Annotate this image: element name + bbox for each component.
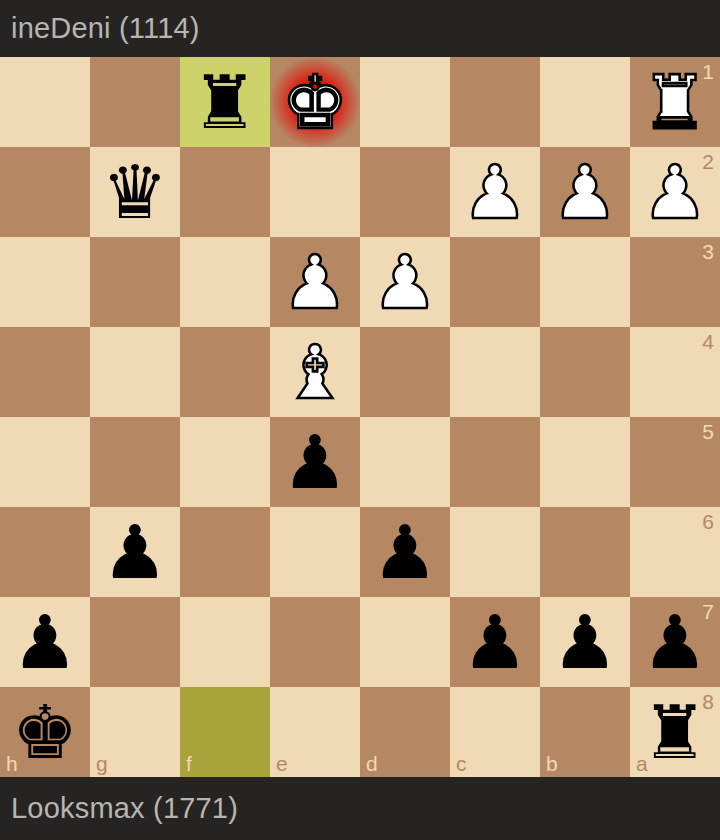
square-a4[interactable]: 4 <box>630 327 720 417</box>
square-b4[interactable] <box>540 327 630 417</box>
coord-rank-7: 7 <box>702 601 714 622</box>
square-c7[interactable]: ♟ <box>450 597 540 687</box>
piece-white-pawn[interactable]: ♟ <box>372 237 438 327</box>
square-f2[interactable] <box>180 147 270 237</box>
chess-app-screen: ineDeni (1114) ♜♚♜1♛♟♟♟2♟♟3♝4♟5♟♟6♟♟♟♟7♚… <box>0 0 720 840</box>
square-h6[interactable] <box>0 507 90 597</box>
square-h1[interactable] <box>0 57 90 147</box>
square-c2[interactable]: ♟ <box>450 147 540 237</box>
square-c6[interactable] <box>450 507 540 597</box>
square-e7[interactable] <box>270 597 360 687</box>
piece-white-bishop[interactable]: ♝ <box>282 327 348 417</box>
square-d2[interactable] <box>360 147 450 237</box>
piece-white-pawn[interactable]: ♟ <box>552 147 618 237</box>
square-g7[interactable] <box>90 597 180 687</box>
square-h2[interactable] <box>0 147 90 237</box>
square-c5[interactable] <box>450 417 540 507</box>
square-d4[interactable] <box>360 327 450 417</box>
player-bar-bottom: Looksmax (1771) <box>0 777 720 840</box>
piece-black-rook[interactable]: ♜ <box>642 687 708 777</box>
piece-black-pawn[interactable]: ♟ <box>552 597 618 687</box>
player-name-top[interactable]: ineDeni (1114) <box>0 14 200 43</box>
coord-rank-1: 1 <box>702 61 714 82</box>
square-d3[interactable]: ♟ <box>360 237 450 327</box>
square-f1[interactable]: ♜ <box>180 57 270 147</box>
square-h4[interactable] <box>0 327 90 417</box>
square-g1[interactable] <box>90 57 180 147</box>
square-g3[interactable] <box>90 237 180 327</box>
chess-board: ♜♚♜1♛♟♟♟2♟♟3♝4♟5♟♟6♟♟♟♟7♚hgfedcb♜8a <box>0 57 720 777</box>
piece-black-king[interactable]: ♚ <box>12 687 78 777</box>
square-a6[interactable]: 6 <box>630 507 720 597</box>
square-g8[interactable]: g <box>90 687 180 777</box>
square-g2[interactable]: ♛ <box>90 147 180 237</box>
piece-black-pawn[interactable]: ♟ <box>282 417 348 507</box>
piece-black-queen[interactable]: ♛ <box>102 147 168 237</box>
square-h7[interactable]: ♟ <box>0 597 90 687</box>
piece-white-rook[interactable]: ♜ <box>642 57 708 147</box>
coord-file-g: g <box>96 753 108 774</box>
coord-rank-4: 4 <box>702 331 714 352</box>
square-e3[interactable]: ♟ <box>270 237 360 327</box>
coord-file-f: f <box>186 753 192 774</box>
coord-file-e: e <box>276 753 288 774</box>
square-f6[interactable] <box>180 507 270 597</box>
square-a2[interactable]: ♟2 <box>630 147 720 237</box>
piece-white-pawn[interactable]: ♟ <box>282 237 348 327</box>
square-a5[interactable]: 5 <box>630 417 720 507</box>
square-d7[interactable] <box>360 597 450 687</box>
square-e6[interactable] <box>270 507 360 597</box>
piece-black-pawn[interactable]: ♟ <box>12 597 78 687</box>
square-f7[interactable] <box>180 597 270 687</box>
square-g4[interactable] <box>90 327 180 417</box>
coord-rank-6: 6 <box>702 511 714 532</box>
piece-white-pawn[interactable]: ♟ <box>462 147 528 237</box>
square-e2[interactable] <box>270 147 360 237</box>
player-bar-top: ineDeni (1114) <box>0 0 720 57</box>
piece-white-king[interactable]: ♚ <box>282 57 348 147</box>
square-a8[interactable]: ♜8a <box>630 687 720 777</box>
square-d6[interactable]: ♟ <box>360 507 450 597</box>
coord-file-a: a <box>636 753 648 774</box>
square-h5[interactable] <box>0 417 90 507</box>
square-e1[interactable]: ♚ <box>270 57 360 147</box>
square-a7[interactable]: ♟7 <box>630 597 720 687</box>
square-c1[interactable] <box>450 57 540 147</box>
square-f8[interactable]: f <box>180 687 270 777</box>
square-d1[interactable] <box>360 57 450 147</box>
square-c8[interactable]: c <box>450 687 540 777</box>
square-d5[interactable] <box>360 417 450 507</box>
piece-black-pawn[interactable]: ♟ <box>462 597 528 687</box>
square-e8[interactable]: e <box>270 687 360 777</box>
coord-file-h: h <box>6 753 18 774</box>
square-e4[interactable]: ♝ <box>270 327 360 417</box>
square-b7[interactable]: ♟ <box>540 597 630 687</box>
square-f3[interactable] <box>180 237 270 327</box>
square-b2[interactable]: ♟ <box>540 147 630 237</box>
square-f5[interactable] <box>180 417 270 507</box>
coord-rank-2: 2 <box>702 151 714 172</box>
square-a3[interactable]: 3 <box>630 237 720 327</box>
square-b6[interactable] <box>540 507 630 597</box>
piece-black-rook[interactable]: ♜ <box>192 57 258 147</box>
square-f4[interactable] <box>180 327 270 417</box>
square-b1[interactable] <box>540 57 630 147</box>
piece-white-pawn[interactable]: ♟ <box>642 147 708 237</box>
square-c3[interactable] <box>450 237 540 327</box>
coord-rank-5: 5 <box>702 421 714 442</box>
coord-rank-8: 8 <box>702 691 714 712</box>
coord-file-d: d <box>366 753 378 774</box>
piece-black-pawn[interactable]: ♟ <box>102 507 168 597</box>
coord-file-c: c <box>456 753 467 774</box>
piece-black-pawn[interactable]: ♟ <box>642 597 708 687</box>
square-h8[interactable]: ♚h <box>0 687 90 777</box>
coord-rank-3: 3 <box>702 241 714 262</box>
player-name-bottom[interactable]: Looksmax (1771) <box>0 794 238 823</box>
square-b3[interactable] <box>540 237 630 327</box>
square-b5[interactable] <box>540 417 630 507</box>
piece-black-pawn[interactable]: ♟ <box>372 507 438 597</box>
square-b8[interactable]: b <box>540 687 630 777</box>
square-d8[interactable]: d <box>360 687 450 777</box>
square-e5[interactable]: ♟ <box>270 417 360 507</box>
coord-file-b: b <box>546 753 558 774</box>
square-g6[interactable]: ♟ <box>90 507 180 597</box>
square-g5[interactable] <box>90 417 180 507</box>
square-h3[interactable] <box>0 237 90 327</box>
square-c4[interactable] <box>450 327 540 417</box>
square-a1[interactable]: ♜1 <box>630 57 720 147</box>
